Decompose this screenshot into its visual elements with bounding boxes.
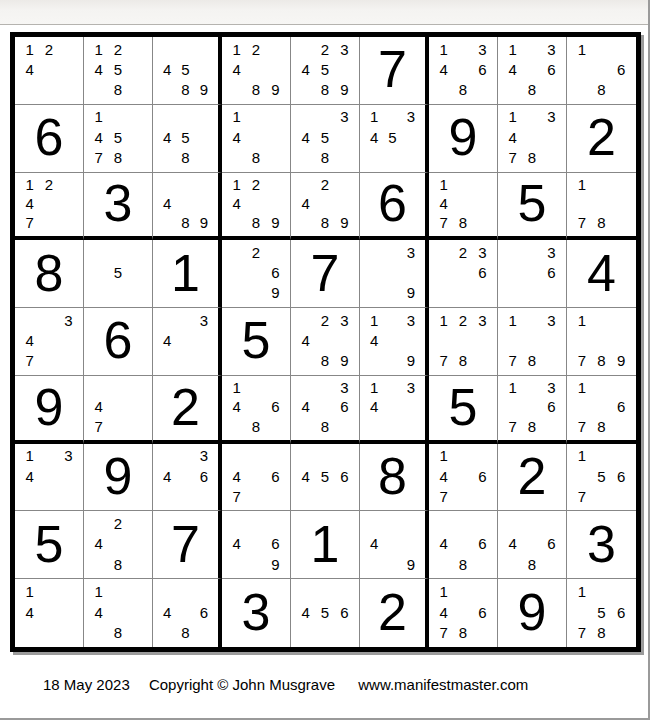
pencil-marks: 12458 bbox=[84, 37, 152, 104]
pencil-mark: 6 bbox=[611, 397, 631, 416]
cell-r8c1[interactable]: 5 bbox=[15, 511, 84, 579]
pencil-mark: 1 bbox=[503, 378, 522, 397]
pencil-mark: 5 bbox=[108, 263, 127, 283]
pencil-marks: 1567 bbox=[567, 444, 636, 511]
cell-r6c6[interactable]: 134 bbox=[360, 376, 429, 444]
footer-url: www.manifestmaster.com bbox=[358, 676, 528, 693]
pencil-mark: 2 bbox=[246, 175, 265, 194]
pencil-mark: 8 bbox=[315, 351, 334, 371]
cell-r1c7[interactable]: 13468 bbox=[429, 37, 498, 105]
pencil-mark: 6 bbox=[266, 534, 285, 554]
pencil-mark: 5 bbox=[176, 127, 194, 147]
pencil-mark: 5 bbox=[383, 127, 401, 147]
pencil-marks: 12489 bbox=[222, 37, 290, 104]
pencil-mark: 8 bbox=[315, 213, 334, 232]
pencil-mark: 1 bbox=[227, 39, 246, 59]
solved-digit: 9 bbox=[35, 381, 64, 433]
pencil-mark: 7 bbox=[89, 416, 108, 435]
cell-r8c8[interactable]: 468 bbox=[498, 511, 567, 579]
pencil-mark: 4 bbox=[227, 534, 246, 554]
cell-r8c7[interactable]: 468 bbox=[429, 511, 498, 579]
pencil-mark: 6 bbox=[473, 59, 492, 79]
pencil-mark: 6 bbox=[611, 59, 631, 79]
cell-r5c5[interactable]: 23489 bbox=[291, 308, 360, 376]
cell-r6c5[interactable]: 3468 bbox=[291, 376, 360, 444]
pencil-mark: 4 bbox=[20, 194, 39, 213]
pencil-mark: 3 bbox=[335, 107, 354, 127]
cell-r7c8[interactable]: 2 bbox=[498, 444, 567, 512]
cell-r8c4[interactable]: 469 bbox=[222, 511, 291, 579]
pencil-mark: 7 bbox=[572, 213, 592, 232]
pencil-mark: 6 bbox=[611, 602, 631, 623]
pencil-marks: 469 bbox=[222, 511, 290, 578]
pencil-mark: 2 bbox=[39, 39, 58, 59]
pencil-marks: 236 bbox=[429, 240, 497, 307]
pencil-mark: 4 bbox=[20, 602, 39, 623]
pencil-mark: 9 bbox=[611, 351, 631, 371]
pencil-mark: 1 bbox=[227, 378, 246, 397]
cell-r8c6[interactable]: 49 bbox=[360, 511, 429, 579]
pencil-marks: 3458 bbox=[291, 105, 359, 172]
cell-r5c1[interactable]: 347 bbox=[15, 308, 84, 376]
solved-digit: 7 bbox=[171, 518, 200, 570]
pencil-mark: 2 bbox=[246, 242, 265, 262]
pencil-mark: 6 bbox=[266, 397, 285, 416]
pencil-mark: 4 bbox=[503, 59, 522, 79]
pencil-mark: 3 bbox=[402, 378, 420, 397]
cell-r4c5[interactable]: 7 bbox=[291, 240, 360, 308]
pencil-marks: 2489 bbox=[291, 173, 359, 237]
pencil-mark: 4 bbox=[89, 534, 108, 554]
pencil-mark: 7 bbox=[572, 351, 592, 371]
pencil-mark: 3 bbox=[59, 446, 78, 466]
pencil-marks: 12378 bbox=[429, 308, 497, 375]
pencil-mark: 8 bbox=[108, 147, 127, 167]
pencil-mark: 4 bbox=[434, 602, 453, 623]
solved-digit: 6 bbox=[35, 111, 64, 163]
solved-digit: 3 bbox=[242, 586, 271, 638]
pencil-mark: 4 bbox=[434, 194, 453, 213]
cell-r1c3[interactable]: 4589 bbox=[153, 37, 222, 105]
pencil-mark: 7 bbox=[572, 486, 592, 506]
pencil-mark: 6 bbox=[542, 534, 561, 554]
cell-r4c6[interactable]: 39 bbox=[360, 240, 429, 308]
pencil-mark: 7 bbox=[434, 351, 453, 371]
solved-digit: 5 bbox=[35, 518, 64, 570]
pencil-marks: 1478 bbox=[429, 173, 497, 237]
pencil-mark: 4 bbox=[296, 602, 315, 623]
pencil-mark: 1 bbox=[503, 39, 522, 59]
solved-digit: 8 bbox=[35, 247, 64, 299]
pencil-mark: 2 bbox=[453, 310, 472, 330]
cell-r5c7[interactable]: 12378 bbox=[429, 308, 498, 376]
pencil-mark: 2 bbox=[315, 39, 334, 59]
cell-r7c6[interactable]: 8 bbox=[360, 444, 429, 512]
pencil-mark: 3 bbox=[542, 107, 561, 127]
pencil-mark: 5 bbox=[176, 59, 194, 79]
cell-r9c3[interactable]: 468 bbox=[153, 579, 222, 647]
pencil-mark: 7 bbox=[572, 622, 592, 643]
pencil-mark: 3 bbox=[195, 446, 213, 466]
pencil-marks: 178 bbox=[567, 173, 636, 237]
pencil-mark: 3 bbox=[195, 310, 213, 330]
pencil-marks: 49 bbox=[360, 511, 425, 578]
pencil-mark: 8 bbox=[592, 416, 612, 435]
cell-r2c1[interactable]: 6 bbox=[15, 105, 84, 173]
cell-r2c4[interactable]: 148 bbox=[222, 105, 291, 173]
solved-digit: 3 bbox=[104, 177, 133, 229]
pencil-mark: 8 bbox=[176, 213, 194, 232]
cell-r5c6[interactable]: 1349 bbox=[360, 308, 429, 376]
pencil-mark: 8 bbox=[176, 622, 194, 643]
pencil-mark: 7 bbox=[503, 147, 522, 167]
pencil-mark: 4 bbox=[365, 534, 383, 554]
pencil-mark: 2 bbox=[315, 175, 334, 194]
pencil-mark: 3 bbox=[59, 310, 78, 330]
pencil-mark: 8 bbox=[315, 80, 334, 100]
pencil-mark: 3 bbox=[473, 242, 492, 262]
pencil-mark: 1 bbox=[89, 581, 108, 602]
pencil-mark: 1 bbox=[365, 310, 383, 330]
pencil-mark: 6 bbox=[473, 602, 492, 623]
cell-r7c7[interactable]: 1467 bbox=[429, 444, 498, 512]
pencil-mark: 1 bbox=[20, 446, 39, 466]
cell-r3c3[interactable]: 489 bbox=[153, 173, 222, 241]
pencil-mark: 8 bbox=[453, 80, 472, 100]
cell-r1c2[interactable]: 12458 bbox=[84, 37, 153, 105]
cell-r9c5[interactable]: 456 bbox=[291, 579, 360, 647]
pencil-mark: 4 bbox=[158, 602, 176, 623]
pencil-mark: 1 bbox=[434, 39, 453, 59]
pencil-mark: 8 bbox=[246, 416, 265, 435]
cell-r9c1[interactable]: 14 bbox=[15, 579, 84, 647]
pencil-mark: 5 bbox=[315, 59, 334, 79]
pencil-mark: 6 bbox=[473, 263, 492, 283]
cell-r8c3[interactable]: 7 bbox=[153, 511, 222, 579]
pencil-mark: 3 bbox=[473, 39, 492, 59]
pencil-mark: 3 bbox=[542, 378, 561, 397]
cell-r2c5[interactable]: 3458 bbox=[291, 105, 360, 173]
pencil-mark: 5 bbox=[315, 466, 334, 486]
pencil-marks: 468 bbox=[429, 511, 497, 578]
pencil-marks: 248 bbox=[84, 511, 152, 578]
pencil-mark: 8 bbox=[453, 213, 472, 232]
cell-r9c6[interactable]: 2 bbox=[360, 579, 429, 647]
cell-r2c6[interactable]: 1345 bbox=[360, 105, 429, 173]
pencil-mark: 9 bbox=[335, 213, 354, 232]
cell-r5c3[interactable]: 34 bbox=[153, 308, 222, 376]
pencil-marks: 13478 bbox=[498, 105, 566, 172]
pencil-mark: 4 bbox=[158, 466, 176, 486]
pencil-mark: 3 bbox=[335, 378, 354, 397]
cell-r4c1[interactable]: 8 bbox=[15, 240, 84, 308]
cell-r3c8[interactable]: 5 bbox=[498, 173, 567, 241]
pencil-mark: 7 bbox=[89, 147, 108, 167]
cell-r1c5[interactable]: 234589 bbox=[291, 37, 360, 105]
pencil-marks: 23489 bbox=[291, 308, 359, 375]
pencil-marks: 14578 bbox=[84, 105, 152, 172]
pencil-mark: 9 bbox=[266, 554, 285, 574]
pencil-mark: 4 bbox=[434, 534, 453, 554]
pencil-mark: 1 bbox=[572, 175, 592, 194]
solved-digit: 7 bbox=[378, 43, 407, 95]
pencil-mark: 8 bbox=[176, 80, 194, 100]
pencil-marks: 168 bbox=[567, 37, 636, 104]
pencil-mark: 1 bbox=[434, 581, 453, 602]
pencil-mark: 6 bbox=[611, 466, 631, 486]
cell-r6c7[interactable]: 5 bbox=[429, 376, 498, 444]
pencil-mark: 2 bbox=[39, 175, 58, 194]
footer-date: 18 May 2023 bbox=[43, 676, 130, 693]
solved-digit: 9 bbox=[104, 450, 133, 502]
cell-r7c9[interactable]: 1567 bbox=[567, 444, 636, 512]
pencil-mark: 8 bbox=[246, 213, 265, 232]
solved-digit: 9 bbox=[518, 586, 547, 638]
footer-copyright: Copyright © John Musgrave bbox=[149, 676, 335, 693]
cell-r4c9[interactable]: 4 bbox=[567, 240, 636, 308]
pencil-marks: 4589 bbox=[153, 37, 218, 104]
pencil-mark: 1 bbox=[503, 107, 522, 127]
pencil-marks: 467 bbox=[222, 444, 290, 511]
solved-digit: 2 bbox=[587, 111, 616, 163]
cell-r3c9[interactable]: 178 bbox=[567, 173, 636, 241]
pencil-mark: 8 bbox=[246, 80, 265, 100]
pencil-mark: 3 bbox=[542, 242, 561, 262]
cell-r8c5[interactable]: 1 bbox=[291, 511, 360, 579]
pencil-mark: 1 bbox=[434, 310, 453, 330]
cell-r8c2[interactable]: 248 bbox=[84, 511, 153, 579]
pencil-marks: 234589 bbox=[291, 37, 359, 104]
pencil-mark: 9 bbox=[402, 554, 420, 574]
pencil-marks: 134 bbox=[15, 444, 83, 511]
pencil-marks: 134 bbox=[360, 376, 425, 440]
pencil-mark: 4 bbox=[89, 397, 108, 416]
cell-r9c2[interactable]: 148 bbox=[84, 579, 153, 647]
page: 1241245845891248923458971346813468168614… bbox=[0, 0, 650, 720]
cell-r9c9[interactable]: 15678 bbox=[567, 579, 636, 647]
cell-r6c8[interactable]: 13678 bbox=[498, 376, 567, 444]
cell-r7c2[interactable]: 9 bbox=[84, 444, 153, 512]
pencil-marks: 1468 bbox=[222, 376, 290, 440]
cell-r4c2[interactable]: 5 bbox=[84, 240, 153, 308]
pencil-mark: 2 bbox=[315, 310, 334, 330]
pencil-mark: 9 bbox=[266, 80, 285, 100]
pencil-mark: 4 bbox=[227, 194, 246, 213]
cell-r7c5[interactable]: 456 bbox=[291, 444, 360, 512]
pencil-mark: 8 bbox=[522, 554, 541, 574]
pencil-mark: 6 bbox=[473, 534, 492, 554]
cell-r2c7[interactable]: 9 bbox=[429, 105, 498, 173]
pencil-mark: 9 bbox=[195, 213, 213, 232]
pencil-mark: 8 bbox=[315, 416, 334, 435]
pencil-marks: 1247 bbox=[15, 173, 83, 237]
pencil-mark: 8 bbox=[592, 622, 612, 643]
pencil-marks: 1349 bbox=[360, 308, 425, 375]
pencil-marks: 39 bbox=[360, 240, 425, 307]
pencil-mark: 3 bbox=[402, 310, 420, 330]
pencil-marks: 148 bbox=[222, 105, 290, 172]
cell-r7c4[interactable]: 467 bbox=[222, 444, 291, 512]
pencil-mark: 4 bbox=[227, 59, 246, 79]
cell-r6c1[interactable]: 9 bbox=[15, 376, 84, 444]
pencil-mark: 6 bbox=[542, 263, 561, 283]
pencil-mark: 6 bbox=[542, 397, 561, 416]
pencil-mark: 1 bbox=[572, 39, 592, 59]
solved-digit: 5 bbox=[518, 177, 547, 229]
pencil-mark: 7 bbox=[434, 486, 453, 506]
pencil-mark: 5 bbox=[592, 466, 612, 486]
pencil-mark: 8 bbox=[315, 147, 334, 167]
pencil-mark: 1 bbox=[20, 39, 39, 59]
pencil-mark: 8 bbox=[522, 80, 541, 100]
pencil-marks: 34 bbox=[153, 308, 218, 375]
solved-digit: 7 bbox=[311, 247, 340, 299]
cell-r1c9[interactable]: 168 bbox=[567, 37, 636, 105]
pencil-mark: 6 bbox=[335, 466, 354, 486]
pencil-mark: 4 bbox=[89, 602, 108, 623]
pencil-mark: 4 bbox=[365, 330, 383, 350]
pencil-marks: 456 bbox=[291, 444, 359, 511]
pencil-mark: 7 bbox=[20, 213, 39, 232]
cell-r6c4[interactable]: 1468 bbox=[222, 376, 291, 444]
pencil-mark: 9 bbox=[402, 351, 420, 371]
cell-r6c2[interactable]: 47 bbox=[84, 376, 153, 444]
pencil-mark: 4 bbox=[503, 534, 522, 554]
pencil-mark: 6 bbox=[335, 397, 354, 416]
cell-r4c3[interactable]: 1 bbox=[153, 240, 222, 308]
solved-digit: 6 bbox=[104, 314, 133, 366]
solved-digit: 1 bbox=[171, 247, 200, 299]
pencil-marks: 36 bbox=[498, 240, 566, 307]
pencil-mark: 4 bbox=[296, 330, 315, 350]
cell-r3c5[interactable]: 2489 bbox=[291, 173, 360, 241]
pencil-mark: 9 bbox=[402, 283, 420, 303]
pencil-mark: 1 bbox=[365, 378, 383, 397]
cell-r4c8[interactable]: 36 bbox=[498, 240, 567, 308]
pencil-marks: 124 bbox=[15, 37, 83, 104]
pencil-mark: 4 bbox=[296, 466, 315, 486]
pencil-mark: 3 bbox=[542, 39, 561, 59]
pencil-marks: 3468 bbox=[291, 376, 359, 440]
cell-r7c1[interactable]: 134 bbox=[15, 444, 84, 512]
cell-r5c8[interactable]: 1378 bbox=[498, 308, 567, 376]
pencil-marks: 347 bbox=[15, 308, 83, 375]
cell-r2c2[interactable]: 14578 bbox=[84, 105, 153, 173]
cell-r2c9[interactable]: 2 bbox=[567, 105, 636, 173]
pencil-mark: 4 bbox=[434, 466, 453, 486]
pencil-mark: 5 bbox=[108, 59, 127, 79]
pencil-mark: 6 bbox=[195, 466, 213, 486]
pencil-marks: 456 bbox=[291, 579, 359, 647]
pencil-mark: 1 bbox=[20, 175, 39, 194]
pencil-mark: 9 bbox=[335, 80, 354, 100]
pencil-mark: 5 bbox=[315, 602, 334, 623]
cell-r3c4[interactable]: 12489 bbox=[222, 173, 291, 241]
pencil-mark: 8 bbox=[453, 351, 472, 371]
pencil-mark: 8 bbox=[108, 622, 127, 643]
pencil-mark: 4 bbox=[365, 397, 383, 416]
pencil-mark: 8 bbox=[246, 147, 265, 167]
pencil-mark: 8 bbox=[522, 416, 541, 435]
sudoku-board: 1241245845891248923458971346813468168614… bbox=[10, 32, 641, 652]
solved-digit: 6 bbox=[378, 177, 407, 229]
solved-digit: 3 bbox=[587, 518, 616, 570]
pencil-mark: 4 bbox=[158, 194, 176, 213]
cell-r9c8[interactable]: 9 bbox=[498, 579, 567, 647]
cell-r5c4[interactable]: 5 bbox=[222, 308, 291, 376]
pencil-mark: 3 bbox=[402, 242, 420, 262]
pencil-mark: 4 bbox=[20, 466, 39, 486]
cell-r3c1[interactable]: 1247 bbox=[15, 173, 84, 241]
pencil-mark: 6 bbox=[473, 466, 492, 486]
pencil-marks: 15678 bbox=[567, 579, 636, 647]
pencil-mark: 3 bbox=[402, 107, 420, 127]
pencil-mark: 9 bbox=[195, 80, 213, 100]
solved-digit: 9 bbox=[449, 111, 478, 163]
cell-r4c4[interactable]: 269 bbox=[222, 240, 291, 308]
pencil-mark: 4 bbox=[296, 59, 315, 79]
pencil-mark: 4 bbox=[158, 127, 176, 147]
pencil-mark: 1 bbox=[503, 310, 522, 330]
solved-digit: 2 bbox=[378, 586, 407, 638]
pencil-marks: 148 bbox=[84, 579, 152, 647]
pencil-mark: 3 bbox=[542, 310, 561, 330]
pencil-marks: 13468 bbox=[429, 37, 497, 104]
cell-r1c4[interactable]: 12489 bbox=[222, 37, 291, 105]
pencil-mark: 1 bbox=[227, 175, 246, 194]
pencil-mark: 7 bbox=[503, 416, 522, 435]
cell-r4c7[interactable]: 236 bbox=[429, 240, 498, 308]
cell-r6c3[interactable]: 2 bbox=[153, 376, 222, 444]
pencil-mark: 4 bbox=[158, 59, 176, 79]
pencil-mark: 4 bbox=[296, 397, 315, 416]
pencil-mark: 1 bbox=[89, 107, 108, 127]
pencil-mark: 4 bbox=[296, 194, 315, 213]
cell-r3c6[interactable]: 6 bbox=[360, 173, 429, 241]
cell-r3c2[interactable]: 3 bbox=[84, 173, 153, 241]
pencil-mark: 8 bbox=[522, 351, 541, 371]
cell-r1c8[interactable]: 13468 bbox=[498, 37, 567, 105]
solved-digit: 8 bbox=[378, 450, 407, 502]
pencil-mark: 4 bbox=[227, 397, 246, 416]
cell-r9c4[interactable]: 3 bbox=[222, 579, 291, 647]
cell-r2c3[interactable]: 458 bbox=[153, 105, 222, 173]
cell-r7c3[interactable]: 346 bbox=[153, 444, 222, 512]
cell-r3c7[interactable]: 1478 bbox=[429, 173, 498, 241]
top-bar bbox=[0, 0, 648, 25]
cell-r1c1[interactable]: 124 bbox=[15, 37, 84, 105]
cell-r5c9[interactable]: 1789 bbox=[567, 308, 636, 376]
cell-r1c6[interactable]: 7 bbox=[360, 37, 429, 105]
pencil-marks: 489 bbox=[153, 173, 218, 237]
pencil-marks: 1678 bbox=[567, 376, 636, 440]
cell-r5c2[interactable]: 6 bbox=[84, 308, 153, 376]
pencil-marks: 13678 bbox=[498, 376, 566, 440]
pencil-mark: 8 bbox=[592, 213, 612, 232]
cell-r8c9[interactable]: 3 bbox=[567, 511, 636, 579]
pencil-marks: 468 bbox=[498, 511, 566, 578]
pencil-mark: 1 bbox=[20, 581, 39, 602]
pencil-mark: 8 bbox=[453, 554, 472, 574]
pencil-mark: 4 bbox=[227, 127, 246, 147]
cell-r9c7[interactable]: 14678 bbox=[429, 579, 498, 647]
pencil-marks: 1345 bbox=[360, 105, 425, 172]
pencil-mark: 4 bbox=[20, 330, 39, 350]
pencil-mark: 4 bbox=[434, 59, 453, 79]
cell-r2c8[interactable]: 13478 bbox=[498, 105, 567, 173]
cell-r6c9[interactable]: 1678 bbox=[567, 376, 636, 444]
solved-digit: 5 bbox=[242, 314, 271, 366]
